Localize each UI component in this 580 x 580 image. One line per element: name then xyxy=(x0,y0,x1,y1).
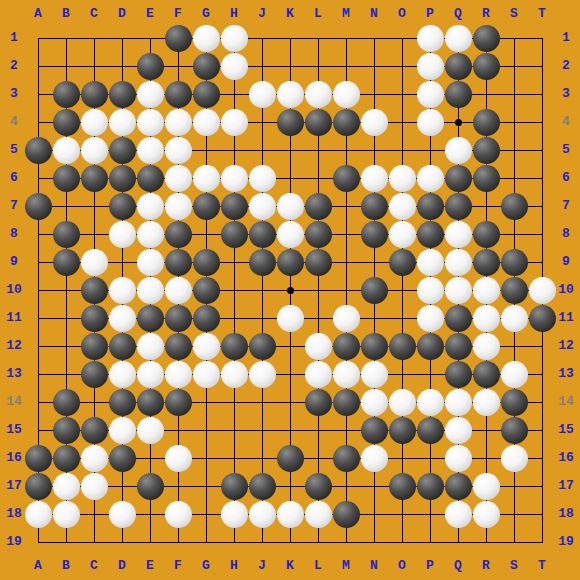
cell-T7[interactable] xyxy=(528,192,556,220)
cell-B2[interactable] xyxy=(52,52,80,80)
cell-P10[interactable] xyxy=(416,276,444,304)
cell-G1[interactable] xyxy=(192,24,220,52)
cell-P12[interactable] xyxy=(416,332,444,360)
cell-E7[interactable] xyxy=(136,192,164,220)
cell-E17[interactable] xyxy=(136,472,164,500)
cell-D19[interactable] xyxy=(108,528,136,556)
cell-M9[interactable] xyxy=(332,248,360,276)
cell-D4[interactable] xyxy=(108,108,136,136)
cell-Q5[interactable] xyxy=(444,136,472,164)
cell-P17[interactable] xyxy=(416,472,444,500)
cell-K12[interactable] xyxy=(276,332,304,360)
cell-R13[interactable] xyxy=(472,360,500,388)
cell-M14[interactable] xyxy=(332,388,360,416)
cell-A12[interactable] xyxy=(24,332,52,360)
cell-E11[interactable] xyxy=(136,304,164,332)
cell-D8[interactable] xyxy=(108,220,136,248)
cell-K3[interactable] xyxy=(276,80,304,108)
cell-N9[interactable] xyxy=(360,248,388,276)
cell-Q19[interactable] xyxy=(444,528,472,556)
cell-F3[interactable] xyxy=(164,80,192,108)
cell-E8[interactable] xyxy=(136,220,164,248)
cell-G7[interactable] xyxy=(192,192,220,220)
cell-N2[interactable] xyxy=(360,52,388,80)
cell-D13[interactable] xyxy=(108,360,136,388)
cell-C9[interactable] xyxy=(80,248,108,276)
cell-O17[interactable] xyxy=(388,472,416,500)
cell-S8[interactable] xyxy=(500,220,528,248)
cell-O16[interactable] xyxy=(388,444,416,472)
cell-M11[interactable] xyxy=(332,304,360,332)
cell-G9[interactable] xyxy=(192,248,220,276)
cell-B18[interactable] xyxy=(52,500,80,528)
cell-R19[interactable] xyxy=(472,528,500,556)
cell-L7[interactable] xyxy=(304,192,332,220)
cell-D9[interactable] xyxy=(108,248,136,276)
cell-E12[interactable] xyxy=(136,332,164,360)
cell-M3[interactable] xyxy=(332,80,360,108)
cell-A18[interactable] xyxy=(24,500,52,528)
cell-B12[interactable] xyxy=(52,332,80,360)
cell-C1[interactable] xyxy=(80,24,108,52)
cell-A9[interactable] xyxy=(24,248,52,276)
cell-J3[interactable] xyxy=(248,80,276,108)
cell-O10[interactable] xyxy=(388,276,416,304)
cell-B3[interactable] xyxy=(52,80,80,108)
cell-K11[interactable] xyxy=(276,304,304,332)
cell-L11[interactable] xyxy=(304,304,332,332)
cell-E15[interactable] xyxy=(136,416,164,444)
cell-B4[interactable] xyxy=(52,108,80,136)
cell-T1[interactable] xyxy=(528,24,556,52)
cell-Q3[interactable] xyxy=(444,80,472,108)
cell-T2[interactable] xyxy=(528,52,556,80)
cell-C16[interactable] xyxy=(80,444,108,472)
cell-T12[interactable] xyxy=(528,332,556,360)
cell-D6[interactable] xyxy=(108,164,136,192)
cell-B15[interactable] xyxy=(52,416,80,444)
cell-K9[interactable] xyxy=(276,248,304,276)
cell-L6[interactable] xyxy=(304,164,332,192)
cell-T5[interactable] xyxy=(528,136,556,164)
cell-G10[interactable] xyxy=(192,276,220,304)
cell-D10[interactable] xyxy=(108,276,136,304)
cell-P3[interactable] xyxy=(416,80,444,108)
cell-F18[interactable] xyxy=(164,500,192,528)
cell-S4[interactable] xyxy=(500,108,528,136)
cell-S15[interactable] xyxy=(500,416,528,444)
cell-H2[interactable] xyxy=(220,52,248,80)
cell-J14[interactable] xyxy=(248,388,276,416)
cell-N12[interactable] xyxy=(360,332,388,360)
cell-R7[interactable] xyxy=(472,192,500,220)
cell-M16[interactable] xyxy=(332,444,360,472)
cell-H17[interactable] xyxy=(220,472,248,500)
cell-J13[interactable] xyxy=(248,360,276,388)
cell-A13[interactable] xyxy=(24,360,52,388)
cell-A5[interactable] xyxy=(24,136,52,164)
cell-G6[interactable] xyxy=(192,164,220,192)
cell-O19[interactable] xyxy=(388,528,416,556)
cell-N4[interactable] xyxy=(360,108,388,136)
cell-B8[interactable] xyxy=(52,220,80,248)
cell-R1[interactable] xyxy=(472,24,500,52)
cell-G16[interactable] xyxy=(192,444,220,472)
cell-J8[interactable] xyxy=(248,220,276,248)
cell-A3[interactable] xyxy=(24,80,52,108)
cell-M1[interactable] xyxy=(332,24,360,52)
cell-F15[interactable] xyxy=(164,416,192,444)
cell-S17[interactable] xyxy=(500,472,528,500)
cell-L18[interactable] xyxy=(304,500,332,528)
cell-T19[interactable] xyxy=(528,528,556,556)
cell-L13[interactable] xyxy=(304,360,332,388)
cell-P18[interactable] xyxy=(416,500,444,528)
cell-C17[interactable] xyxy=(80,472,108,500)
cell-O1[interactable] xyxy=(388,24,416,52)
cell-R11[interactable] xyxy=(472,304,500,332)
cell-M18[interactable] xyxy=(332,500,360,528)
cell-S1[interactable] xyxy=(500,24,528,52)
cell-K5[interactable] xyxy=(276,136,304,164)
cell-H9[interactable] xyxy=(220,248,248,276)
cell-M7[interactable] xyxy=(332,192,360,220)
cell-H12[interactable] xyxy=(220,332,248,360)
cell-R12[interactable] xyxy=(472,332,500,360)
cell-E5[interactable] xyxy=(136,136,164,164)
cell-R3[interactable] xyxy=(472,80,500,108)
cell-A16[interactable] xyxy=(24,444,52,472)
cell-B17[interactable] xyxy=(52,472,80,500)
cell-H7[interactable] xyxy=(220,192,248,220)
cell-F2[interactable] xyxy=(164,52,192,80)
cell-R4[interactable] xyxy=(472,108,500,136)
cell-S10[interactable] xyxy=(500,276,528,304)
cell-M13[interactable] xyxy=(332,360,360,388)
cell-D5[interactable] xyxy=(108,136,136,164)
cell-M19[interactable] xyxy=(332,528,360,556)
cell-O15[interactable] xyxy=(388,416,416,444)
cell-O6[interactable] xyxy=(388,164,416,192)
cell-D11[interactable] xyxy=(108,304,136,332)
cell-N1[interactable] xyxy=(360,24,388,52)
cell-F6[interactable] xyxy=(164,164,192,192)
cell-A10[interactable] xyxy=(24,276,52,304)
cell-N15[interactable] xyxy=(360,416,388,444)
cell-G3[interactable] xyxy=(192,80,220,108)
cell-M8[interactable] xyxy=(332,220,360,248)
cell-H18[interactable] xyxy=(220,500,248,528)
cell-C12[interactable] xyxy=(80,332,108,360)
cell-M17[interactable] xyxy=(332,472,360,500)
cell-S18[interactable] xyxy=(500,500,528,528)
cell-G11[interactable] xyxy=(192,304,220,332)
cell-L4[interactable] xyxy=(304,108,332,136)
cell-S14[interactable] xyxy=(500,388,528,416)
cell-H8[interactable] xyxy=(220,220,248,248)
cell-L8[interactable] xyxy=(304,220,332,248)
cell-E14[interactable] xyxy=(136,388,164,416)
cell-T11[interactable] xyxy=(528,304,556,332)
cell-E10[interactable] xyxy=(136,276,164,304)
cell-C14[interactable] xyxy=(80,388,108,416)
cell-B11[interactable] xyxy=(52,304,80,332)
cell-A19[interactable] xyxy=(24,528,52,556)
cell-J17[interactable] xyxy=(248,472,276,500)
cell-O18[interactable] xyxy=(388,500,416,528)
cell-M12[interactable] xyxy=(332,332,360,360)
cell-J12[interactable] xyxy=(248,332,276,360)
cell-J6[interactable] xyxy=(248,164,276,192)
cell-C19[interactable] xyxy=(80,528,108,556)
cell-P19[interactable] xyxy=(416,528,444,556)
cell-A11[interactable] xyxy=(24,304,52,332)
cell-D16[interactable] xyxy=(108,444,136,472)
cell-K14[interactable] xyxy=(276,388,304,416)
cell-N13[interactable] xyxy=(360,360,388,388)
cell-O3[interactable] xyxy=(388,80,416,108)
cell-N10[interactable] xyxy=(360,276,388,304)
cell-P13[interactable] xyxy=(416,360,444,388)
cell-D18[interactable] xyxy=(108,500,136,528)
cell-N5[interactable] xyxy=(360,136,388,164)
cell-B6[interactable] xyxy=(52,164,80,192)
cell-D3[interactable] xyxy=(108,80,136,108)
cell-G5[interactable] xyxy=(192,136,220,164)
cell-L16[interactable] xyxy=(304,444,332,472)
cell-G14[interactable] xyxy=(192,388,220,416)
cell-S19[interactable] xyxy=(500,528,528,556)
cell-T3[interactable] xyxy=(528,80,556,108)
cell-B7[interactable] xyxy=(52,192,80,220)
cell-C7[interactable] xyxy=(80,192,108,220)
cell-M15[interactable] xyxy=(332,416,360,444)
cell-F4[interactable] xyxy=(164,108,192,136)
cell-L9[interactable] xyxy=(304,248,332,276)
cell-E3[interactable] xyxy=(136,80,164,108)
cell-P4[interactable] xyxy=(416,108,444,136)
cell-H15[interactable] xyxy=(220,416,248,444)
cell-C13[interactable] xyxy=(80,360,108,388)
cell-A4[interactable] xyxy=(24,108,52,136)
cell-G19[interactable] xyxy=(192,528,220,556)
cell-L10[interactable] xyxy=(304,276,332,304)
cell-Q15[interactable] xyxy=(444,416,472,444)
cell-L12[interactable] xyxy=(304,332,332,360)
cell-C5[interactable] xyxy=(80,136,108,164)
cell-R17[interactable] xyxy=(472,472,500,500)
cell-C10[interactable] xyxy=(80,276,108,304)
cell-Q17[interactable] xyxy=(444,472,472,500)
cell-K16[interactable] xyxy=(276,444,304,472)
cell-B9[interactable] xyxy=(52,248,80,276)
cell-L14[interactable] xyxy=(304,388,332,416)
cell-K19[interactable] xyxy=(276,528,304,556)
cell-P11[interactable] xyxy=(416,304,444,332)
cell-A7[interactable] xyxy=(24,192,52,220)
cell-E16[interactable] xyxy=(136,444,164,472)
cell-B14[interactable] xyxy=(52,388,80,416)
cell-K8[interactable] xyxy=(276,220,304,248)
cell-T6[interactable] xyxy=(528,164,556,192)
cell-S3[interactable] xyxy=(500,80,528,108)
cell-K6[interactable] xyxy=(276,164,304,192)
cell-R9[interactable] xyxy=(472,248,500,276)
cell-J9[interactable] xyxy=(248,248,276,276)
cell-J11[interactable] xyxy=(248,304,276,332)
cell-N8[interactable] xyxy=(360,220,388,248)
cell-C6[interactable] xyxy=(80,164,108,192)
cell-T9[interactable] xyxy=(528,248,556,276)
cell-C2[interactable] xyxy=(80,52,108,80)
cell-O7[interactable] xyxy=(388,192,416,220)
cell-B19[interactable] xyxy=(52,528,80,556)
cell-J2[interactable] xyxy=(248,52,276,80)
cell-R5[interactable] xyxy=(472,136,500,164)
cell-N6[interactable] xyxy=(360,164,388,192)
cell-R15[interactable] xyxy=(472,416,500,444)
cell-P16[interactable] xyxy=(416,444,444,472)
cell-H1[interactable] xyxy=(220,24,248,52)
cell-F1[interactable] xyxy=(164,24,192,52)
cell-J19[interactable] xyxy=(248,528,276,556)
cell-T13[interactable] xyxy=(528,360,556,388)
cell-T10[interactable] xyxy=(528,276,556,304)
cell-P15[interactable] xyxy=(416,416,444,444)
cell-J4[interactable] xyxy=(248,108,276,136)
cell-F16[interactable] xyxy=(164,444,192,472)
cell-O8[interactable] xyxy=(388,220,416,248)
cell-S7[interactable] xyxy=(500,192,528,220)
cell-G4[interactable] xyxy=(192,108,220,136)
cell-F8[interactable] xyxy=(164,220,192,248)
cell-Q11[interactable] xyxy=(444,304,472,332)
cell-D14[interactable] xyxy=(108,388,136,416)
cell-P2[interactable] xyxy=(416,52,444,80)
cell-F7[interactable] xyxy=(164,192,192,220)
cell-R14[interactable] xyxy=(472,388,500,416)
cell-C15[interactable] xyxy=(80,416,108,444)
cell-H10[interactable] xyxy=(220,276,248,304)
cell-Q4[interactable] xyxy=(444,108,472,136)
cell-O9[interactable] xyxy=(388,248,416,276)
cell-H14[interactable] xyxy=(220,388,248,416)
cell-G15[interactable] xyxy=(192,416,220,444)
cell-F9[interactable] xyxy=(164,248,192,276)
cell-E19[interactable] xyxy=(136,528,164,556)
cell-F19[interactable] xyxy=(164,528,192,556)
cell-K4[interactable] xyxy=(276,108,304,136)
cell-N14[interactable] xyxy=(360,388,388,416)
cell-R8[interactable] xyxy=(472,220,500,248)
cell-R10[interactable] xyxy=(472,276,500,304)
cell-O13[interactable] xyxy=(388,360,416,388)
cell-H4[interactable] xyxy=(220,108,248,136)
cell-Q6[interactable] xyxy=(444,164,472,192)
cell-J18[interactable] xyxy=(248,500,276,528)
cell-Q12[interactable] xyxy=(444,332,472,360)
cell-N11[interactable] xyxy=(360,304,388,332)
cell-R16[interactable] xyxy=(472,444,500,472)
cell-P14[interactable] xyxy=(416,388,444,416)
cell-K13[interactable] xyxy=(276,360,304,388)
cell-J7[interactable] xyxy=(248,192,276,220)
cell-E18[interactable] xyxy=(136,500,164,528)
cell-M10[interactable] xyxy=(332,276,360,304)
cell-T18[interactable] xyxy=(528,500,556,528)
cell-C11[interactable] xyxy=(80,304,108,332)
cell-F17[interactable] xyxy=(164,472,192,500)
cell-G17[interactable] xyxy=(192,472,220,500)
cell-P5[interactable] xyxy=(416,136,444,164)
cell-K1[interactable] xyxy=(276,24,304,52)
cell-G8[interactable] xyxy=(192,220,220,248)
cell-Q18[interactable] xyxy=(444,500,472,528)
cell-H11[interactable] xyxy=(220,304,248,332)
cell-S13[interactable] xyxy=(500,360,528,388)
cell-D7[interactable] xyxy=(108,192,136,220)
cell-M2[interactable] xyxy=(332,52,360,80)
cell-N17[interactable] xyxy=(360,472,388,500)
cell-L15[interactable] xyxy=(304,416,332,444)
cell-O11[interactable] xyxy=(388,304,416,332)
cell-A14[interactable] xyxy=(24,388,52,416)
cell-M6[interactable] xyxy=(332,164,360,192)
cell-N16[interactable] xyxy=(360,444,388,472)
cell-B16[interactable] xyxy=(52,444,80,472)
cell-O4[interactable] xyxy=(388,108,416,136)
cell-P8[interactable] xyxy=(416,220,444,248)
cell-F10[interactable] xyxy=(164,276,192,304)
cell-K2[interactable] xyxy=(276,52,304,80)
cell-N19[interactable] xyxy=(360,528,388,556)
cell-B13[interactable] xyxy=(52,360,80,388)
cell-K15[interactable] xyxy=(276,416,304,444)
cell-Q16[interactable] xyxy=(444,444,472,472)
cell-P6[interactable] xyxy=(416,164,444,192)
cell-N7[interactable] xyxy=(360,192,388,220)
cell-E13[interactable] xyxy=(136,360,164,388)
cell-J1[interactable] xyxy=(248,24,276,52)
cell-K10[interactable] xyxy=(276,276,304,304)
cell-T17[interactable] xyxy=(528,472,556,500)
cell-T15[interactable] xyxy=(528,416,556,444)
cell-C8[interactable] xyxy=(80,220,108,248)
cell-K17[interactable] xyxy=(276,472,304,500)
cell-O12[interactable] xyxy=(388,332,416,360)
cell-O5[interactable] xyxy=(388,136,416,164)
cell-S9[interactable] xyxy=(500,248,528,276)
cell-H16[interactable] xyxy=(220,444,248,472)
cell-B1[interactable] xyxy=(52,24,80,52)
cell-K18[interactable] xyxy=(276,500,304,528)
cell-E1[interactable] xyxy=(136,24,164,52)
cell-D15[interactable] xyxy=(108,416,136,444)
cell-R6[interactable] xyxy=(472,164,500,192)
cell-Q10[interactable] xyxy=(444,276,472,304)
cell-A17[interactable] xyxy=(24,472,52,500)
cell-T16[interactable] xyxy=(528,444,556,472)
cell-R18[interactable] xyxy=(472,500,500,528)
cell-L5[interactable] xyxy=(304,136,332,164)
cell-F13[interactable] xyxy=(164,360,192,388)
cell-S5[interactable] xyxy=(500,136,528,164)
cell-E2[interactable] xyxy=(136,52,164,80)
cell-H19[interactable] xyxy=(220,528,248,556)
cell-D17[interactable] xyxy=(108,472,136,500)
cell-F5[interactable] xyxy=(164,136,192,164)
cell-H13[interactable] xyxy=(220,360,248,388)
